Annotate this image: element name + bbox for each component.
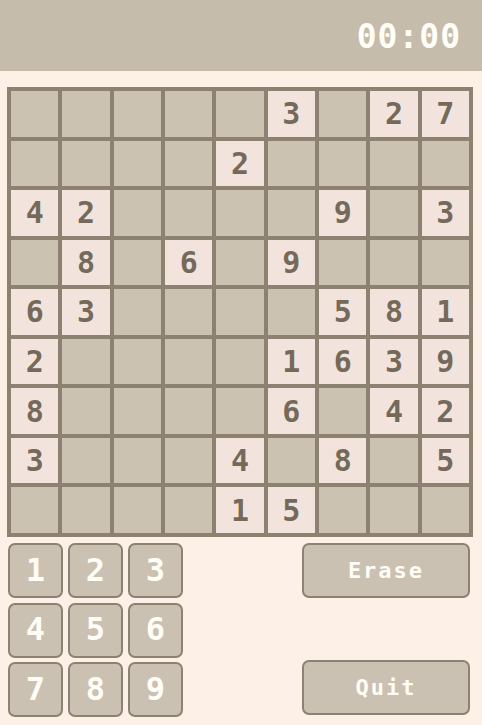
sudoku-board: 3272429386963581216398642348515 — [7, 87, 473, 537]
cell-r2c3[interactable] — [114, 141, 161, 187]
cell-r1c9[interactable]: 7 — [422, 91, 469, 137]
cell-r1c4[interactable] — [165, 91, 212, 137]
cell-r2c2[interactable] — [62, 141, 109, 187]
cell-r4c1[interactable] — [11, 240, 58, 286]
cell-r6c4[interactable] — [165, 339, 212, 385]
cell-r6c1[interactable]: 2 — [11, 339, 58, 385]
cell-r5c2[interactable]: 3 — [62, 289, 109, 335]
erase-button[interactable]: Erase — [302, 543, 470, 598]
cell-r5c6[interactable] — [268, 289, 315, 335]
cell-r2c4[interactable] — [165, 141, 212, 187]
cell-r3c8[interactable] — [370, 190, 417, 236]
cell-r1c2[interactable] — [62, 91, 109, 137]
cell-r8c6[interactable] — [268, 438, 315, 484]
cell-r8c2[interactable] — [62, 438, 109, 484]
cell-r1c6[interactable]: 3 — [268, 91, 315, 137]
cell-r2c7[interactable] — [319, 141, 366, 187]
digit-7-button[interactable]: 7 — [8, 662, 63, 717]
cell-r7c7[interactable] — [319, 388, 366, 434]
cell-r5c7[interactable]: 5 — [319, 289, 366, 335]
timer: 00:00 — [357, 0, 461, 71]
cell-r2c5[interactable]: 2 — [216, 141, 263, 187]
digit-1-button[interactable]: 1 — [8, 543, 63, 598]
digit-3-button[interactable]: 3 — [128, 543, 183, 598]
cell-r9c2[interactable] — [62, 487, 109, 533]
cell-r3c5[interactable] — [216, 190, 263, 236]
digit-4-button[interactable]: 4 — [8, 603, 63, 658]
cell-r8c7[interactable]: 8 — [319, 438, 366, 484]
cell-r6c5[interactable] — [216, 339, 263, 385]
cell-r7c6[interactable]: 6 — [268, 388, 315, 434]
cell-r3c9[interactable]: 3 — [422, 190, 469, 236]
cell-r3c3[interactable] — [114, 190, 161, 236]
cell-r7c3[interactable] — [114, 388, 161, 434]
digit-8-button[interactable]: 8 — [68, 662, 123, 717]
cell-r3c2[interactable]: 2 — [62, 190, 109, 236]
cell-r4c2[interactable]: 8 — [62, 240, 109, 286]
top-bar: 00:00 — [0, 0, 482, 71]
cell-r3c6[interactable] — [268, 190, 315, 236]
cell-r6c6[interactable]: 1 — [268, 339, 315, 385]
cell-r1c1[interactable] — [11, 91, 58, 137]
cell-r3c1[interactable]: 4 — [11, 190, 58, 236]
cell-r4c3[interactable] — [114, 240, 161, 286]
cell-r4c7[interactable] — [319, 240, 366, 286]
cell-r7c9[interactable]: 2 — [422, 388, 469, 434]
cell-r4c9[interactable] — [422, 240, 469, 286]
cell-r7c1[interactable]: 8 — [11, 388, 58, 434]
cell-r9c1[interactable] — [11, 487, 58, 533]
cell-r8c5[interactable]: 4 — [216, 438, 263, 484]
cell-r1c5[interactable] — [216, 91, 263, 137]
cell-r7c2[interactable] — [62, 388, 109, 434]
cell-r8c8[interactable] — [370, 438, 417, 484]
cell-r9c9[interactable] — [422, 487, 469, 533]
cell-r9c3[interactable] — [114, 487, 161, 533]
sudoku-app: 00:00 3272429386963581216398642348515 12… — [0, 0, 482, 725]
cell-r5c4[interactable] — [165, 289, 212, 335]
cell-r8c1[interactable]: 3 — [11, 438, 58, 484]
cell-r4c4[interactable]: 6 — [165, 240, 212, 286]
cell-r9c5[interactable]: 1 — [216, 487, 263, 533]
cell-r2c6[interactable] — [268, 141, 315, 187]
digit-9-button[interactable]: 9 — [128, 662, 183, 717]
cell-r2c9[interactable] — [422, 141, 469, 187]
cell-r6c8[interactable]: 3 — [370, 339, 417, 385]
cell-r1c3[interactable] — [114, 91, 161, 137]
cell-r1c7[interactable] — [319, 91, 366, 137]
cell-r5c1[interactable]: 6 — [11, 289, 58, 335]
cell-r3c7[interactable]: 9 — [319, 190, 366, 236]
cell-r3c4[interactable] — [165, 190, 212, 236]
digit-2-button[interactable]: 2 — [68, 543, 123, 598]
quit-button[interactable]: Quit — [302, 660, 470, 715]
cell-r7c5[interactable] — [216, 388, 263, 434]
cell-r6c7[interactable]: 6 — [319, 339, 366, 385]
cell-r8c3[interactable] — [114, 438, 161, 484]
digit-5-button[interactable]: 5 — [68, 603, 123, 658]
cell-r9c6[interactable]: 5 — [268, 487, 315, 533]
cell-r7c4[interactable] — [165, 388, 212, 434]
cell-r5c3[interactable] — [114, 289, 161, 335]
cell-r6c2[interactable] — [62, 339, 109, 385]
cell-r5c5[interactable] — [216, 289, 263, 335]
digit-6-button[interactable]: 6 — [128, 603, 183, 658]
cell-r4c5[interactable] — [216, 240, 263, 286]
cell-r2c8[interactable] — [370, 141, 417, 187]
cell-r9c8[interactable] — [370, 487, 417, 533]
cell-r4c6[interactable]: 9 — [268, 240, 315, 286]
cell-r6c3[interactable] — [114, 339, 161, 385]
cell-r9c4[interactable] — [165, 487, 212, 533]
cell-r8c4[interactable] — [165, 438, 212, 484]
cell-r5c9[interactable]: 1 — [422, 289, 469, 335]
cell-r7c8[interactable]: 4 — [370, 388, 417, 434]
cell-r8c9[interactable]: 5 — [422, 438, 469, 484]
cell-r4c8[interactable] — [370, 240, 417, 286]
cell-r2c1[interactable] — [11, 141, 58, 187]
cell-r9c7[interactable] — [319, 487, 366, 533]
cell-r1c8[interactable]: 2 — [370, 91, 417, 137]
number-pad: 123456789 — [8, 543, 183, 717]
cell-r5c8[interactable]: 8 — [370, 289, 417, 335]
cell-r6c9[interactable]: 9 — [422, 339, 469, 385]
